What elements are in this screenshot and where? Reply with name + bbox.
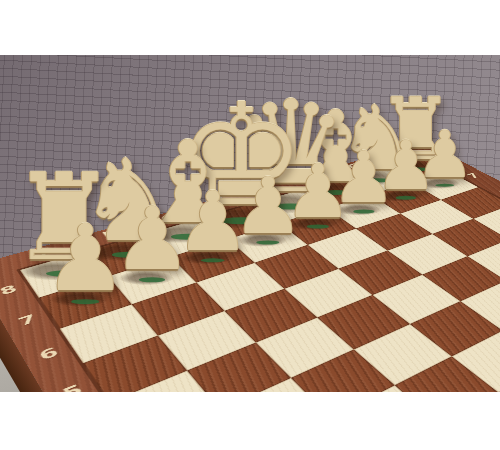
scene: AA88BB77CC66DD55EE44FF33GG22HH11 ♜♞♝♚♛♝♞… [0, 55, 500, 392]
product-photo: AA88BB77CC66DD55EE44FF33GG22HH11 ♜♞♝♚♛♝♞… [0, 0, 500, 450]
rank-label-left-6: 6 [36, 344, 62, 363]
rank-label-right-6: 6 [495, 188, 500, 197]
rank-label-left-7: 7 [15, 312, 39, 329]
photo-area: AA88BB77CC66DD55EE44FF33GG22HH11 ♜♞♝♚♛♝♞… [0, 55, 500, 392]
piece-white-pawn-a7[interactable]: ♟ [44, 213, 127, 305]
rank-label-left-5: 5 [59, 381, 86, 392]
